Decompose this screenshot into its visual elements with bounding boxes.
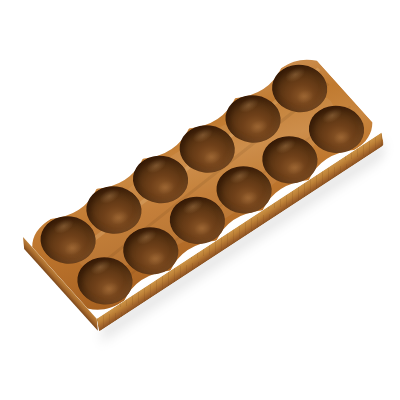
photo-background <box>0 0 400 400</box>
mancala-board <box>0 0 400 400</box>
